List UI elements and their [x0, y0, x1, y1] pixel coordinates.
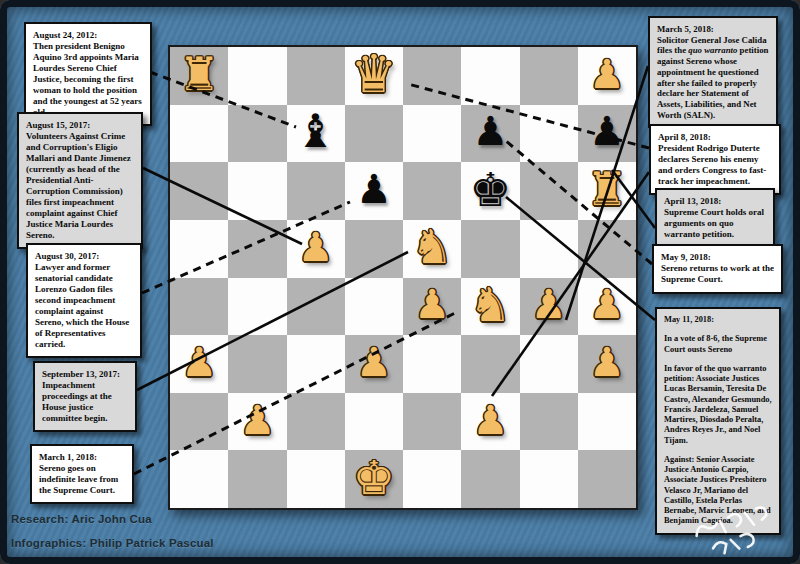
- timeline-text: President Rodrigo Duterte declares Seren…: [658, 143, 772, 187]
- timeline-date: May 11, 2018:: [664, 315, 772, 325]
- square-a5: [170, 220, 228, 278]
- square-a2: [170, 393, 228, 451]
- square-g2: [520, 393, 578, 451]
- square-d3: ♟: [345, 335, 403, 393]
- square-f4: ♞: [461, 278, 519, 336]
- timeline-box-aug-15-2017: August 15, 2017: Volunteers Against Crim…: [17, 112, 143, 249]
- square-c6: [287, 162, 345, 220]
- square-b8: [228, 47, 286, 105]
- square-d4: [345, 278, 403, 336]
- square-d2: [345, 393, 403, 451]
- square-e3: [403, 335, 461, 393]
- piece-bb-c7: ♝: [295, 108, 336, 154]
- timeline-text: Volunteers Against Crime and Corruption'…: [26, 131, 134, 241]
- timeline-box-mar-1-2018: March 1, 2018: Sereno goes on indefinite…: [30, 444, 134, 504]
- square-g8: [520, 47, 578, 105]
- piece-bp-d6: ♟: [356, 169, 392, 209]
- square-h4: ♟: [578, 278, 636, 336]
- piece-bp-h7: ♟: [589, 111, 625, 151]
- piece-bp-f7: ♟: [472, 111, 508, 151]
- square-b2: ♟: [228, 393, 286, 451]
- square-h8: ♟: [578, 47, 636, 105]
- square-a3: ♟: [170, 335, 228, 393]
- timeline-date: August 30, 2017:: [35, 251, 133, 262]
- square-b6: [228, 162, 286, 220]
- timeline-text: Supreme Court holds oral arguments on qu…: [664, 207, 766, 240]
- timeline-date: August 24, 2012:: [33, 30, 143, 41]
- square-e2: [403, 393, 461, 451]
- timeline-text: Sereno returns to work at the Supreme Co…: [661, 263, 774, 285]
- square-f7: ♟: [461, 105, 519, 163]
- square-h5: [578, 220, 636, 278]
- piece-wp-a3: ♟: [181, 342, 217, 382]
- piece-wp-h8: ♟: [589, 54, 625, 94]
- square-g1: [520, 450, 578, 508]
- piece-wp-f2: ♟: [472, 400, 508, 440]
- timeline-box-may-11-2018: May 11, 2018: In a vote of 8-6, the Supr…: [655, 307, 781, 535]
- timeline-paragraph: In a vote of 8-6, the Supreme Court oust…: [664, 334, 772, 355]
- square-e4: ♟: [403, 278, 461, 336]
- timeline-date: September 13, 2017:: [42, 369, 128, 380]
- timeline-box-apr-8-2018: April 8, 2018: President Rodrigo Duterte…: [649, 124, 781, 195]
- square-c5: ♟: [287, 220, 345, 278]
- square-f6: ♚: [461, 162, 519, 220]
- piece-bk-f6: ♚: [469, 166, 511, 213]
- timeline-date: May 9, 2018:: [661, 252, 774, 263]
- square-a4: [170, 278, 228, 336]
- piece-wp-b2: ♟: [239, 400, 275, 440]
- piece-wn-e5: ♞: [411, 223, 453, 270]
- timeline-paragraph: In favor of the quo warranto petition: A…: [664, 364, 772, 446]
- timeline-text: Solicitor General Jose Calida files the …: [657, 35, 769, 121]
- square-d7: [345, 105, 403, 163]
- square-f5: [461, 220, 519, 278]
- piece-wk-d1: ♚: [353, 454, 395, 501]
- square-e5: ♞: [403, 220, 461, 278]
- piece-wp-g4: ♟: [531, 284, 567, 324]
- square-c8: [287, 47, 345, 105]
- square-d8: ♛: [345, 47, 403, 105]
- square-g4: ♟: [520, 278, 578, 336]
- text-segment: petition against Sereno whose appointmen…: [657, 45, 768, 119]
- timeline-box-apr-13-2018: April 13, 2018: Supreme Court holds oral…: [655, 188, 775, 248]
- chess-board: ♜♛♟♝♟♟♟♚♜♟♞♟♞♟♟♟♟♟♟♟♚: [168, 45, 638, 510]
- square-f2: ♟: [461, 393, 519, 451]
- square-h2: [578, 393, 636, 451]
- square-b7: [228, 105, 286, 163]
- square-a6: [170, 162, 228, 220]
- square-c1: [287, 450, 345, 508]
- square-b3: [228, 335, 286, 393]
- timeline-date: March 5, 2018:: [657, 24, 769, 35]
- square-b1: [228, 450, 286, 508]
- square-h3: ♟: [578, 335, 636, 393]
- piece-wr-h6: ♜: [586, 166, 627, 212]
- square-d5: [345, 220, 403, 278]
- square-a8: ♜: [170, 47, 228, 105]
- square-d6: ♟: [345, 162, 403, 220]
- square-g3: [520, 335, 578, 393]
- timeline-text: Lawyer and former senatorial candidate L…: [35, 262, 133, 350]
- square-g7: [520, 105, 578, 163]
- timeline-box-may-9-2018: May 9, 2018: Sereno returns to work at t…: [652, 244, 783, 294]
- credit-research: Research: Aric John Cua: [11, 513, 152, 525]
- timeline-box-aug-24-2012: August 24, 2012: Then president Benigno …: [24, 22, 152, 126]
- timeline-box-aug-30-2017: August 30, 2017: Lawyer and former senat…: [26, 243, 142, 358]
- square-a7: [170, 105, 228, 163]
- square-b4: [228, 278, 286, 336]
- piece-wp-h3: ♟: [589, 342, 625, 382]
- square-f3: [461, 335, 519, 393]
- piece-wp-d3: ♟: [356, 342, 392, 382]
- timeline-date: March 1, 2018:: [39, 452, 125, 463]
- square-e6: [403, 162, 461, 220]
- square-b5: [228, 220, 286, 278]
- timeline-box-mar-5-2018: March 5, 2018: Solicitor General Jose Ca…: [648, 16, 778, 128]
- credit-infographics: Infographics: Philip Patrick Pascual: [11, 537, 214, 549]
- square-c3: [287, 335, 345, 393]
- timeline-date: August 15, 2017:: [26, 120, 134, 131]
- piece-wq-d8: ♛: [351, 48, 398, 100]
- piece-wr-a8: ♜: [179, 51, 220, 97]
- square-e7: [403, 105, 461, 163]
- square-h7: ♟: [578, 105, 636, 163]
- square-h6: ♜: [578, 162, 636, 220]
- square-h1: [578, 450, 636, 508]
- square-d1: ♚: [345, 450, 403, 508]
- timeline-text: Then president Benigno Aquino 3rd appoin…: [33, 41, 143, 118]
- timeline-box-sep-13-2017: September 13, 2017: Impeachment proceedi…: [33, 361, 137, 432]
- square-f8: [461, 47, 519, 105]
- piece-wn-f4: ♞: [469, 281, 511, 328]
- piece-wp-h4: ♟: [589, 284, 625, 324]
- square-c4: [287, 278, 345, 336]
- square-g5: [520, 220, 578, 278]
- timeline-date: April 13, 2018:: [664, 196, 766, 207]
- timeline-date: April 8, 2018:: [658, 132, 772, 143]
- square-e1: [403, 450, 461, 508]
- square-f1: [461, 450, 519, 508]
- piece-wp-c5: ♟: [298, 227, 334, 267]
- quo-warranto-italic: quo warranto: [688, 45, 737, 55]
- square-e8: [403, 47, 461, 105]
- square-a1: [170, 450, 228, 508]
- infographic-poster: ♜♛♟♝♟♟♟♚♜♟♞♟♞♟♟♟♟♟♟♟♚ August 24, 2012: T…: [0, 0, 800, 564]
- square-c7: ♝: [287, 105, 345, 163]
- timeline-text: Sereno goes on indefinite leave from the…: [39, 463, 125, 496]
- piece-wp-e4: ♟: [414, 284, 450, 324]
- square-c2: [287, 393, 345, 451]
- square-g6: [520, 162, 578, 220]
- timeline-text: Impeachment proceedings at the House jus…: [42, 380, 128, 424]
